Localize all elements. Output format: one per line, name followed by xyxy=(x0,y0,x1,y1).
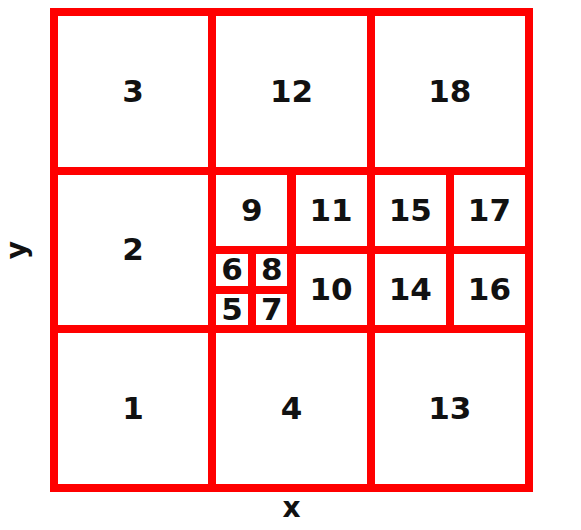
cell-label: 10 xyxy=(310,274,353,305)
cell-11: 11 xyxy=(288,167,375,254)
x-axis-label-text: x xyxy=(282,491,300,524)
cell-label: 14 xyxy=(389,274,432,305)
partition-diagram: 123456789101112131415161718 y x xyxy=(0,0,581,530)
cell-9: 9 xyxy=(208,167,295,254)
cell-15: 15 xyxy=(367,167,454,254)
cell-13: 13 xyxy=(367,325,533,492)
cell-label: 8 xyxy=(261,254,283,285)
cell-label: 12 xyxy=(270,76,313,107)
cell-label: 1 xyxy=(122,393,144,424)
cell-label: 4 xyxy=(281,393,303,424)
board: 123456789101112131415161718 xyxy=(0,0,581,530)
cell-14: 14 xyxy=(367,246,454,333)
cell-label: 9 xyxy=(241,195,263,226)
cell-label: 3 xyxy=(122,76,144,107)
cell-3: 3 xyxy=(50,8,216,175)
cell-4: 4 xyxy=(208,325,374,492)
cell-16: 16 xyxy=(446,246,533,333)
y-axis-label: y xyxy=(0,12,37,488)
cell-label: 5 xyxy=(221,294,243,325)
cell-2: 2 xyxy=(50,167,216,334)
cell-label: 16 xyxy=(468,274,511,305)
cell-10: 10 xyxy=(288,246,375,333)
cell-label: 11 xyxy=(310,195,353,226)
y-axis-label-text: y xyxy=(3,241,31,259)
cell-1: 1 xyxy=(50,325,216,492)
cell-label: 17 xyxy=(468,195,511,226)
cell-label: 18 xyxy=(428,76,471,107)
cell-label: 7 xyxy=(261,294,283,325)
cell-label: 15 xyxy=(389,195,432,226)
cell-label: 2 xyxy=(122,234,144,265)
cell-label: 6 xyxy=(221,254,243,285)
x-axis-label: x xyxy=(50,494,533,522)
cell-12: 12 xyxy=(208,8,374,175)
cell-label: 13 xyxy=(428,393,471,424)
cell-18: 18 xyxy=(367,8,533,175)
cell-17: 17 xyxy=(446,167,533,254)
